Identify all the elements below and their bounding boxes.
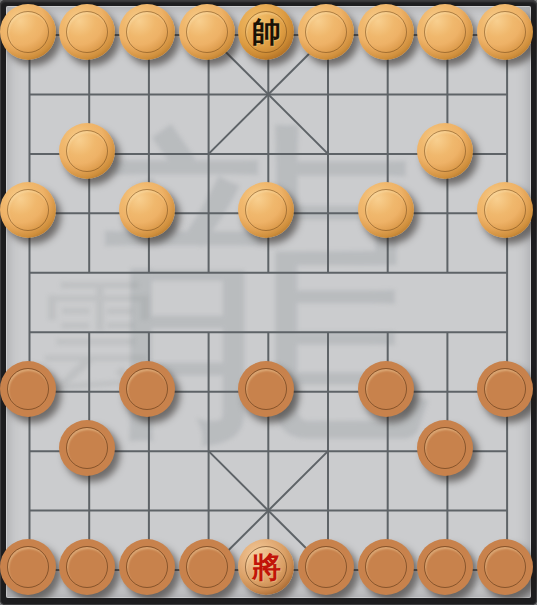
piece-south-f0r6[interactable] — [0, 361, 56, 417]
piece-south-f8r6[interactable] — [477, 361, 533, 417]
general-south-piece[interactable]: 將 — [238, 539, 294, 595]
piece-north-f7r2[interactable] — [417, 123, 473, 179]
piece-south-f8r9[interactable] — [477, 539, 533, 595]
piece-north-f1r0[interactable] — [59, 4, 115, 60]
piece-north-f6r3[interactable] — [358, 182, 414, 238]
piece-north-f7r0[interactable] — [417, 4, 473, 60]
piece-north-f1r2[interactable] — [59, 123, 115, 179]
piece-south-f4r6[interactable] — [238, 361, 294, 417]
piece-south-f2r6[interactable] — [119, 361, 175, 417]
piece-south-f1r9[interactable] — [59, 539, 115, 595]
piece-north-f2r3[interactable] — [119, 182, 175, 238]
piece-north-f0r0[interactable] — [0, 4, 56, 60]
general-glyph: 帥 — [252, 18, 281, 47]
piece-north-f0r3[interactable] — [0, 182, 56, 238]
piece-north-f8r0[interactable] — [477, 4, 533, 60]
piece-south-f6r6[interactable] — [358, 361, 414, 417]
piece-north-f2r0[interactable] — [119, 4, 175, 60]
piece-north-f5r0[interactable] — [298, 4, 354, 60]
general-north-piece[interactable]: 帥 — [238, 4, 294, 60]
general-glyph: 將 — [252, 553, 281, 582]
piece-south-f6r9[interactable] — [358, 539, 414, 595]
piece-north-f6r0[interactable] — [358, 4, 414, 60]
piece-north-f3r0[interactable] — [179, 4, 235, 60]
piece-south-f0r9[interactable] — [0, 539, 56, 595]
board-grid — [0, 0, 537, 605]
piece-south-f5r9[interactable] — [298, 539, 354, 595]
piece-south-f3r9[interactable] — [179, 539, 235, 595]
piece-south-f1r7[interactable] — [59, 420, 115, 476]
xiangqi-board: 龍 雲 帥將 — [0, 0, 537, 605]
piece-south-f2r9[interactable] — [119, 539, 175, 595]
